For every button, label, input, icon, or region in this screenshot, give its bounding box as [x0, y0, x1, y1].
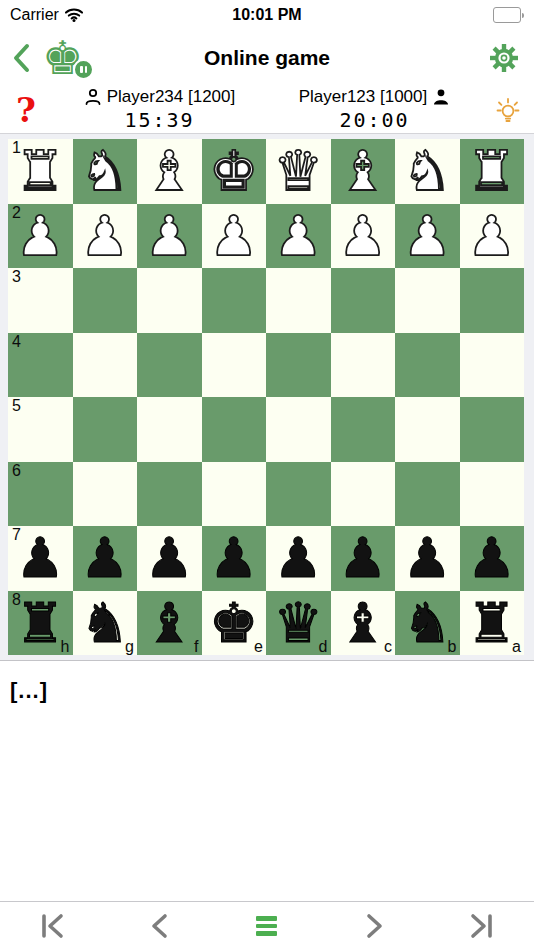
rank-label-4: 4 — [12, 333, 21, 351]
square-g4[interactable] — [73, 333, 138, 398]
square-g3[interactable] — [73, 268, 138, 333]
move-list-area: [...] — [0, 661, 534, 721]
move-list-start-token[interactable]: [...] — [10, 678, 48, 703]
black-knight: ♞ — [403, 591, 452, 655]
chess-board: 1♜♞♝♚♛♝♞♜2♟♟♟♟♟♟♟♟34567♟♟♟♟♟♟♟♟8h♜g♞f♝e♚… — [8, 139, 524, 655]
square-f5[interactable] — [137, 397, 202, 462]
square-f3[interactable] — [137, 268, 202, 333]
square-a5[interactable] — [460, 397, 525, 462]
white-knight: ♞ — [80, 139, 129, 203]
square-a2[interactable]: ♟ — [460, 204, 525, 269]
status-time: 10:01 PM — [0, 6, 534, 24]
file-label-e: e — [254, 638, 263, 656]
last-move-button[interactable] — [459, 906, 503, 946]
black-pawn: ♟ — [403, 526, 452, 590]
square-d2[interactable]: ♟ — [266, 204, 331, 269]
back-button[interactable] — [12, 38, 38, 78]
rank-label-1: 1 — [12, 139, 21, 157]
white-pawn: ♟ — [403, 204, 452, 268]
player-white-block: Player234 [1200] 15:39 — [52, 87, 267, 132]
player-black-clock: 20:00 — [339, 108, 409, 132]
white-rook: ♜ — [16, 139, 65, 203]
square-d6[interactable] — [266, 462, 331, 527]
board-section: 1♜♞♝♚♛♝♞♜2♟♟♟♟♟♟♟♟34567♟♟♟♟♟♟♟♟8h♜g♞f♝e♚… — [0, 133, 534, 661]
file-label-f: f — [194, 638, 198, 656]
square-c8[interactable]: c♝ — [331, 591, 396, 656]
white-pawn: ♟ — [467, 204, 516, 268]
square-a3[interactable] — [460, 268, 525, 333]
black-pawn: ♟ — [145, 526, 194, 590]
rank-label-7: 7 — [12, 526, 21, 544]
square-e7[interactable]: ♟ — [202, 526, 267, 591]
white-rook: ♜ — [467, 139, 516, 203]
black-pawn: ♟ — [467, 526, 516, 590]
white-pawn: ♟ — [16, 204, 65, 268]
settings-gear-icon[interactable] — [486, 40, 522, 76]
square-h1[interactable]: 1♜ — [8, 139, 73, 204]
square-d1[interactable]: ♛ — [266, 139, 331, 204]
square-c1[interactable]: ♝ — [331, 139, 396, 204]
rank-label-3: 3 — [12, 268, 21, 286]
square-c2[interactable]: ♟ — [331, 204, 396, 269]
nav-bar: ♚ Online game — [0, 30, 534, 86]
square-e8[interactable]: e♚ — [202, 591, 267, 656]
player-black-block: Player123 [1000] 20:00 — [267, 87, 482, 132]
square-c5[interactable] — [331, 397, 396, 462]
square-h2[interactable]: 2♟ — [8, 204, 73, 269]
square-a1[interactable]: ♜ — [460, 139, 525, 204]
square-f7[interactable]: ♟ — [137, 526, 202, 591]
square-b6[interactable] — [395, 462, 460, 527]
square-h7[interactable]: 7♟ — [8, 526, 73, 591]
white-bishop: ♝ — [338, 139, 387, 203]
black-queen: ♛ — [274, 591, 323, 655]
square-c6[interactable] — [331, 462, 396, 527]
player-white-clock: 15:39 — [124, 108, 194, 132]
white-pawn: ♟ — [145, 204, 194, 268]
white-knight: ♞ — [403, 139, 452, 203]
square-g2[interactable]: ♟ — [73, 204, 138, 269]
square-a4[interactable] — [460, 333, 525, 398]
black-rook: ♜ — [16, 591, 65, 655]
file-label-c: c — [384, 638, 392, 656]
white-pawn: ♟ — [80, 204, 129, 268]
square-g6[interactable] — [73, 462, 138, 527]
white-pawn: ♟ — [209, 204, 258, 268]
person-outline-icon — [84, 88, 102, 106]
rank-label-8: 8 — [12, 591, 21, 609]
square-f4[interactable] — [137, 333, 202, 398]
square-f6[interactable] — [137, 462, 202, 527]
square-d7[interactable]: ♟ — [266, 526, 331, 591]
square-a7[interactable]: ♟ — [460, 526, 525, 591]
white-king: ♚ — [209, 139, 258, 203]
square-h3[interactable]: 3 — [8, 268, 73, 333]
bottom-toolbar — [0, 901, 534, 950]
square-e3[interactable] — [202, 268, 267, 333]
square-g7[interactable]: ♟ — [73, 526, 138, 591]
battery-icon — [493, 7, 524, 23]
white-bishop: ♝ — [145, 139, 194, 203]
square-e4[interactable] — [202, 333, 267, 398]
hint-lightbulb-icon[interactable] — [482, 94, 534, 126]
black-pawn: ♟ — [16, 526, 65, 590]
square-b5[interactable] — [395, 397, 460, 462]
player-black-name: Player123 [1000] — [299, 87, 428, 107]
file-label-a: a — [512, 638, 521, 656]
square-b2[interactable]: ♟ — [395, 204, 460, 269]
black-bishop: ♝ — [145, 591, 194, 655]
square-h6[interactable]: 6 — [8, 462, 73, 527]
square-d3[interactable] — [266, 268, 331, 333]
square-c4[interactable] — [331, 333, 396, 398]
black-knight: ♞ — [80, 591, 129, 655]
black-bishop: ♝ — [338, 591, 387, 655]
square-f2[interactable]: ♟ — [137, 204, 202, 269]
previous-move-button[interactable] — [138, 906, 182, 946]
square-d4[interactable] — [266, 333, 331, 398]
black-pawn: ♟ — [80, 526, 129, 590]
file-label-d: d — [319, 638, 328, 656]
square-a8[interactable]: a♜ — [460, 591, 525, 656]
pause-badge-icon — [73, 59, 94, 80]
square-d8[interactable]: d♛ — [266, 591, 331, 656]
rank-label-2: 2 — [12, 204, 21, 222]
players-row: ? Player234 [1200] 15:39 Player123 [1000… — [0, 86, 534, 133]
black-rook: ♜ — [467, 591, 516, 655]
file-label-b: b — [448, 638, 457, 656]
square-d5[interactable] — [266, 397, 331, 462]
black-king: ♚ — [209, 591, 258, 655]
square-e5[interactable] — [202, 397, 267, 462]
status-bar: Carrier 10:01 PM — [0, 0, 534, 30]
square-h5[interactable]: 5 — [8, 397, 73, 462]
white-pawn: ♟ — [338, 204, 387, 268]
white-queen: ♛ — [274, 139, 323, 203]
help-question-button[interactable]: ? — [0, 90, 52, 130]
square-b3[interactable] — [395, 268, 460, 333]
black-pawn: ♟ — [338, 526, 387, 590]
black-pawn: ♟ — [274, 526, 323, 590]
square-h8[interactable]: 8h♜ — [8, 591, 73, 656]
square-b8[interactable]: b♞ — [395, 591, 460, 656]
square-a6[interactable] — [460, 462, 525, 527]
square-g8[interactable]: g♞ — [73, 591, 138, 656]
square-e6[interactable] — [202, 462, 267, 527]
square-f1[interactable]: ♝ — [137, 139, 202, 204]
file-label-h: h — [61, 638, 70, 656]
rank-label-5: 5 — [12, 397, 21, 415]
square-h4[interactable]: 4 — [8, 333, 73, 398]
square-f8[interactable]: f♝ — [137, 591, 202, 656]
square-c3[interactable] — [331, 268, 396, 333]
square-c7[interactable]: ♟ — [331, 526, 396, 591]
square-b4[interactable] — [395, 333, 460, 398]
first-move-button[interactable] — [31, 906, 75, 946]
person-filled-icon — [432, 88, 450, 106]
next-move-button[interactable] — [352, 906, 396, 946]
black-pawn: ♟ — [209, 526, 258, 590]
white-pawn: ♟ — [274, 204, 323, 268]
app-logo-king-icon: ♚ — [42, 33, 96, 83]
square-g5[interactable] — [73, 397, 138, 462]
square-b7[interactable]: ♟ — [395, 526, 460, 591]
file-label-g: g — [125, 638, 134, 656]
menu-button[interactable] — [245, 906, 289, 946]
square-g1[interactable]: ♞ — [73, 139, 138, 204]
player-white-name: Player234 [1200] — [107, 87, 236, 107]
rank-label-6: 6 — [12, 462, 21, 480]
square-e1[interactable]: ♚ — [202, 139, 267, 204]
square-e2[interactable]: ♟ — [202, 204, 267, 269]
square-b1[interactable]: ♞ — [395, 139, 460, 204]
